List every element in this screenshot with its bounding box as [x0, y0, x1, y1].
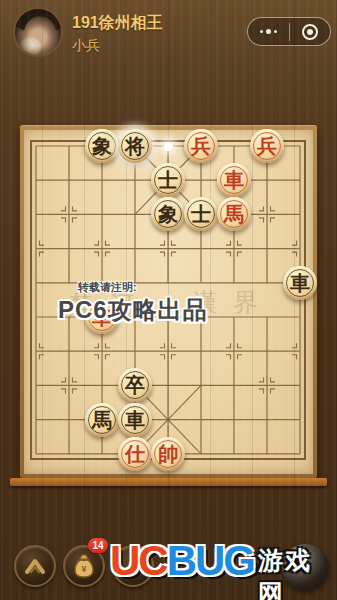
red-piece-車[interactable]: 車: [217, 163, 251, 197]
black-piece-車[interactable]: 車: [118, 403, 152, 437]
piece-glyph: 車: [290, 273, 310, 293]
piece-glyph: 馬: [224, 204, 244, 224]
piece-glyph: 士: [158, 170, 178, 190]
red-piece-仕[interactable]: 仕: [118, 437, 152, 471]
red-piece-兵[interactable]: 兵: [184, 129, 218, 163]
player-avatar[interactable]: [13, 7, 63, 57]
red-piece-兵[interactable]: 兵: [250, 129, 284, 163]
target-icon: [302, 24, 318, 40]
piece-glyph: 卒: [125, 375, 145, 395]
wechat-capsule: [247, 17, 331, 46]
red-piece-帥[interactable]: 帥: [151, 437, 185, 471]
piece-glyph: 仕: [125, 444, 145, 464]
miniprogram-close-button[interactable]: [290, 18, 331, 45]
piece-glyph: 車: [92, 307, 112, 327]
board-surface[interactable]: 楚河 漢界 象将兵兵士車象士馬車車卒馬車仕帥: [24, 130, 313, 474]
piece-glyph: 象: [92, 136, 112, 156]
black-piece-将[interactable]: 将: [118, 129, 152, 163]
coin-bag-badge: 14: [88, 538, 108, 553]
player-rank-label: 小兵: [72, 37, 100, 55]
piece-glyph: 将: [125, 136, 145, 156]
black-piece-馬[interactable]: 馬: [85, 403, 119, 437]
avatar-beard: [19, 37, 41, 57]
black-piece-士[interactable]: 士: [151, 163, 185, 197]
avatar-hair: [13, 7, 63, 33]
red-piece-車[interactable]: 車: [85, 300, 119, 334]
piece-glyph: 帥: [158, 444, 178, 464]
piece-glyph: 兵: [191, 136, 211, 156]
piece-glyph: 馬: [92, 410, 112, 430]
piece-glyph: 車: [224, 170, 244, 190]
xiangqi-board: 楚河 漢界 象将兵兵士車象士馬車車卒馬車仕帥: [20, 125, 317, 478]
piece-glyph: 兵: [257, 136, 277, 156]
piece-glyph: 車: [125, 410, 145, 430]
lamp-icon: [118, 551, 148, 581]
item-button[interactable]: [112, 545, 154, 587]
level-title: 191徐州相王: [72, 13, 163, 34]
move-hint-dot[interactable]: [163, 141, 174, 152]
chevron-up-icon: [20, 551, 50, 581]
dark-stone-button[interactable]: [282, 544, 329, 591]
more-options-button[interactable]: [248, 18, 289, 45]
app-page: 191徐州相王 小兵 楚河 漢界 象将兵兵士車象士馬車車卒馬車仕帥 转载请注明:…: [0, 0, 337, 600]
svg-text:¥: ¥: [81, 564, 86, 574]
black-piece-象[interactable]: 象: [85, 129, 119, 163]
board-front-edge: [10, 478, 327, 486]
black-piece-車[interactable]: 車: [283, 266, 317, 300]
piece-glyph: 象: [158, 204, 178, 224]
river-label-right: 漢界: [192, 286, 274, 319]
menu-up-button[interactable]: [14, 545, 56, 587]
money-bag-icon: ¥: [69, 551, 99, 581]
piece-glyph: 士: [191, 204, 211, 224]
